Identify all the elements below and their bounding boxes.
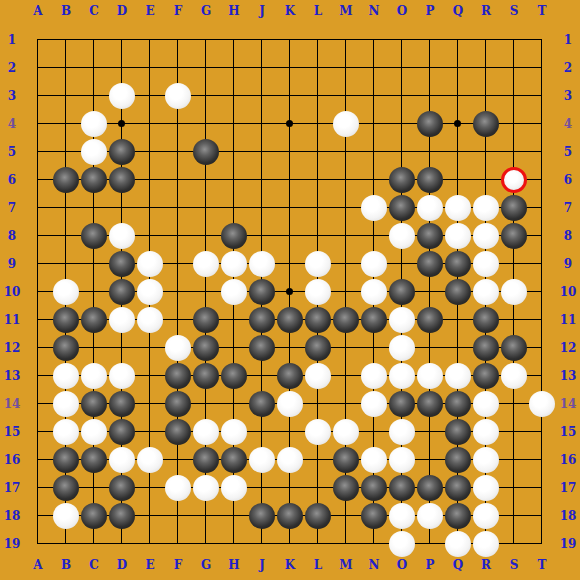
intersection-L12[interactable] bbox=[304, 334, 332, 362]
intersection-Q16[interactable] bbox=[444, 446, 472, 474]
intersection-O19[interactable] bbox=[388, 530, 416, 558]
intersection-J7[interactable] bbox=[248, 194, 276, 222]
intersection-H1[interactable] bbox=[220, 26, 248, 54]
intersection-L4[interactable] bbox=[304, 110, 332, 138]
intersection-D5[interactable] bbox=[108, 138, 136, 166]
intersection-E15[interactable] bbox=[136, 418, 164, 446]
intersection-L8[interactable] bbox=[304, 222, 332, 250]
intersection-N19[interactable] bbox=[360, 530, 388, 558]
intersection-T11[interactable] bbox=[528, 306, 556, 334]
intersection-E4[interactable] bbox=[136, 110, 164, 138]
intersection-H7[interactable] bbox=[220, 194, 248, 222]
intersection-A16[interactable] bbox=[24, 446, 52, 474]
intersection-D6[interactable] bbox=[108, 166, 136, 194]
intersection-M5[interactable] bbox=[332, 138, 360, 166]
intersection-B11[interactable] bbox=[52, 306, 80, 334]
intersection-H18[interactable] bbox=[220, 502, 248, 530]
intersection-E5[interactable] bbox=[136, 138, 164, 166]
intersection-Q3[interactable] bbox=[444, 82, 472, 110]
intersection-K10[interactable] bbox=[276, 278, 304, 306]
intersection-Q10[interactable] bbox=[444, 278, 472, 306]
intersection-T16[interactable] bbox=[528, 446, 556, 474]
intersection-K6[interactable] bbox=[276, 166, 304, 194]
intersection-A2[interactable] bbox=[24, 54, 52, 82]
intersection-F18[interactable] bbox=[164, 502, 192, 530]
intersection-C8[interactable] bbox=[80, 222, 108, 250]
intersection-S18[interactable] bbox=[500, 502, 528, 530]
intersection-G9[interactable] bbox=[192, 250, 220, 278]
intersection-L16[interactable] bbox=[304, 446, 332, 474]
intersection-A1[interactable] bbox=[24, 26, 52, 54]
intersection-P8[interactable] bbox=[416, 222, 444, 250]
intersection-M3[interactable] bbox=[332, 82, 360, 110]
intersection-T9[interactable] bbox=[528, 250, 556, 278]
intersection-F9[interactable] bbox=[164, 250, 192, 278]
intersection-R10[interactable] bbox=[472, 278, 500, 306]
intersection-S9[interactable] bbox=[500, 250, 528, 278]
intersection-K18[interactable] bbox=[276, 502, 304, 530]
intersection-G3[interactable] bbox=[192, 82, 220, 110]
intersection-M17[interactable] bbox=[332, 474, 360, 502]
intersection-K11[interactable] bbox=[276, 306, 304, 334]
intersection-E8[interactable] bbox=[136, 222, 164, 250]
intersection-P7[interactable] bbox=[416, 194, 444, 222]
intersection-M7[interactable] bbox=[332, 194, 360, 222]
intersection-M11[interactable] bbox=[332, 306, 360, 334]
intersection-Q15[interactable] bbox=[444, 418, 472, 446]
intersection-C4[interactable] bbox=[80, 110, 108, 138]
intersection-J11[interactable] bbox=[248, 306, 276, 334]
intersection-A8[interactable] bbox=[24, 222, 52, 250]
intersection-K12[interactable] bbox=[276, 334, 304, 362]
intersection-N16[interactable] bbox=[360, 446, 388, 474]
intersection-A17[interactable] bbox=[24, 474, 52, 502]
intersection-P9[interactable] bbox=[416, 250, 444, 278]
intersection-H6[interactable] bbox=[220, 166, 248, 194]
intersection-R1[interactable] bbox=[472, 26, 500, 54]
intersection-T18[interactable] bbox=[528, 502, 556, 530]
intersection-D17[interactable] bbox=[108, 474, 136, 502]
intersection-J12[interactable] bbox=[248, 334, 276, 362]
intersection-Q1[interactable] bbox=[444, 26, 472, 54]
intersection-O14[interactable] bbox=[388, 390, 416, 418]
intersection-O1[interactable] bbox=[388, 26, 416, 54]
intersection-M9[interactable] bbox=[332, 250, 360, 278]
intersection-M14[interactable] bbox=[332, 390, 360, 418]
intersection-P2[interactable] bbox=[416, 54, 444, 82]
intersection-E7[interactable] bbox=[136, 194, 164, 222]
intersection-N18[interactable] bbox=[360, 502, 388, 530]
intersection-A3[interactable] bbox=[24, 82, 52, 110]
intersection-E6[interactable] bbox=[136, 166, 164, 194]
intersection-K4[interactable] bbox=[276, 110, 304, 138]
intersection-A12[interactable] bbox=[24, 334, 52, 362]
intersection-S12[interactable] bbox=[500, 334, 528, 362]
intersection-M2[interactable] bbox=[332, 54, 360, 82]
intersection-J18[interactable] bbox=[248, 502, 276, 530]
intersection-A19[interactable] bbox=[24, 530, 52, 558]
intersection-G7[interactable] bbox=[192, 194, 220, 222]
intersection-C5[interactable] bbox=[80, 138, 108, 166]
intersection-L2[interactable] bbox=[304, 54, 332, 82]
intersection-S17[interactable] bbox=[500, 474, 528, 502]
intersection-L13[interactable] bbox=[304, 362, 332, 390]
intersection-H19[interactable] bbox=[220, 530, 248, 558]
intersection-D1[interactable] bbox=[108, 26, 136, 54]
intersection-B9[interactable] bbox=[52, 250, 80, 278]
intersection-Q2[interactable] bbox=[444, 54, 472, 82]
intersection-G16[interactable] bbox=[192, 446, 220, 474]
intersection-T14[interactable] bbox=[528, 390, 556, 418]
intersection-N12[interactable] bbox=[360, 334, 388, 362]
intersection-B12[interactable] bbox=[52, 334, 80, 362]
intersection-D12[interactable] bbox=[108, 334, 136, 362]
intersection-K14[interactable] bbox=[276, 390, 304, 418]
intersection-C11[interactable] bbox=[80, 306, 108, 334]
intersection-F15[interactable] bbox=[164, 418, 192, 446]
intersection-A18[interactable] bbox=[24, 502, 52, 530]
intersection-N4[interactable] bbox=[360, 110, 388, 138]
intersection-L10[interactable] bbox=[304, 278, 332, 306]
intersection-B4[interactable] bbox=[52, 110, 80, 138]
intersection-H5[interactable] bbox=[220, 138, 248, 166]
intersection-M15[interactable] bbox=[332, 418, 360, 446]
intersection-G11[interactable] bbox=[192, 306, 220, 334]
intersection-D16[interactable] bbox=[108, 446, 136, 474]
intersection-L5[interactable] bbox=[304, 138, 332, 166]
intersection-F8[interactable] bbox=[164, 222, 192, 250]
intersection-R18[interactable] bbox=[472, 502, 500, 530]
intersection-E14[interactable] bbox=[136, 390, 164, 418]
intersection-C16[interactable] bbox=[80, 446, 108, 474]
intersection-F7[interactable] bbox=[164, 194, 192, 222]
intersection-R8[interactable] bbox=[472, 222, 500, 250]
intersection-O8[interactable] bbox=[388, 222, 416, 250]
intersection-E12[interactable] bbox=[136, 334, 164, 362]
intersection-B13[interactable] bbox=[52, 362, 80, 390]
intersection-E16[interactable] bbox=[136, 446, 164, 474]
intersection-D7[interactable] bbox=[108, 194, 136, 222]
intersection-M6[interactable] bbox=[332, 166, 360, 194]
intersection-T19[interactable] bbox=[528, 530, 556, 558]
intersection-S2[interactable] bbox=[500, 54, 528, 82]
intersection-G18[interactable] bbox=[192, 502, 220, 530]
intersection-B17[interactable] bbox=[52, 474, 80, 502]
intersection-S14[interactable] bbox=[500, 390, 528, 418]
intersection-T17[interactable] bbox=[528, 474, 556, 502]
intersection-D2[interactable] bbox=[108, 54, 136, 82]
intersection-O13[interactable] bbox=[388, 362, 416, 390]
intersection-F4[interactable] bbox=[164, 110, 192, 138]
intersection-G1[interactable] bbox=[192, 26, 220, 54]
intersection-B6[interactable] bbox=[52, 166, 80, 194]
intersection-B2[interactable] bbox=[52, 54, 80, 82]
intersection-F6[interactable] bbox=[164, 166, 192, 194]
intersection-A11[interactable] bbox=[24, 306, 52, 334]
intersection-A7[interactable] bbox=[24, 194, 52, 222]
intersection-G17[interactable] bbox=[192, 474, 220, 502]
intersection-N10[interactable] bbox=[360, 278, 388, 306]
intersection-H8[interactable] bbox=[220, 222, 248, 250]
intersection-R9[interactable] bbox=[472, 250, 500, 278]
intersection-T3[interactable] bbox=[528, 82, 556, 110]
intersection-J14[interactable] bbox=[248, 390, 276, 418]
intersection-K3[interactable] bbox=[276, 82, 304, 110]
intersection-P10[interactable] bbox=[416, 278, 444, 306]
intersection-A13[interactable] bbox=[24, 362, 52, 390]
intersection-N5[interactable] bbox=[360, 138, 388, 166]
intersection-P17[interactable] bbox=[416, 474, 444, 502]
intersection-Q4[interactable] bbox=[444, 110, 472, 138]
intersection-H12[interactable] bbox=[220, 334, 248, 362]
intersection-G19[interactable] bbox=[192, 530, 220, 558]
intersection-L17[interactable] bbox=[304, 474, 332, 502]
intersection-P5[interactable] bbox=[416, 138, 444, 166]
intersection-D14[interactable] bbox=[108, 390, 136, 418]
intersection-C17[interactable] bbox=[80, 474, 108, 502]
intersection-S10[interactable] bbox=[500, 278, 528, 306]
intersection-C9[interactable] bbox=[80, 250, 108, 278]
intersection-K13[interactable] bbox=[276, 362, 304, 390]
intersection-B18[interactable] bbox=[52, 502, 80, 530]
intersection-J16[interactable] bbox=[248, 446, 276, 474]
intersection-R19[interactable] bbox=[472, 530, 500, 558]
intersection-H11[interactable] bbox=[220, 306, 248, 334]
intersection-S11[interactable] bbox=[500, 306, 528, 334]
intersection-S5[interactable] bbox=[500, 138, 528, 166]
intersection-O11[interactable] bbox=[388, 306, 416, 334]
intersection-M18[interactable] bbox=[332, 502, 360, 530]
intersection-K19[interactable] bbox=[276, 530, 304, 558]
intersection-D18[interactable] bbox=[108, 502, 136, 530]
intersection-A10[interactable] bbox=[24, 278, 52, 306]
intersection-G8[interactable] bbox=[192, 222, 220, 250]
intersection-F14[interactable] bbox=[164, 390, 192, 418]
intersection-D9[interactable] bbox=[108, 250, 136, 278]
intersection-P16[interactable] bbox=[416, 446, 444, 474]
intersection-J9[interactable] bbox=[248, 250, 276, 278]
intersection-A4[interactable] bbox=[24, 110, 52, 138]
intersection-R7[interactable] bbox=[472, 194, 500, 222]
intersection-D10[interactable] bbox=[108, 278, 136, 306]
intersection-R3[interactable] bbox=[472, 82, 500, 110]
intersection-J17[interactable] bbox=[248, 474, 276, 502]
intersection-R11[interactable] bbox=[472, 306, 500, 334]
intersection-J8[interactable] bbox=[248, 222, 276, 250]
intersection-J19[interactable] bbox=[248, 530, 276, 558]
intersection-H9[interactable] bbox=[220, 250, 248, 278]
intersection-T5[interactable] bbox=[528, 138, 556, 166]
intersection-C14[interactable] bbox=[80, 390, 108, 418]
intersection-S13[interactable] bbox=[500, 362, 528, 390]
intersection-N7[interactable] bbox=[360, 194, 388, 222]
intersection-E3[interactable] bbox=[136, 82, 164, 110]
intersection-L19[interactable] bbox=[304, 530, 332, 558]
intersection-B7[interactable] bbox=[52, 194, 80, 222]
intersection-N2[interactable] bbox=[360, 54, 388, 82]
intersection-M13[interactable] bbox=[332, 362, 360, 390]
intersection-L18[interactable] bbox=[304, 502, 332, 530]
intersection-N13[interactable] bbox=[360, 362, 388, 390]
intersection-K7[interactable] bbox=[276, 194, 304, 222]
intersection-C18[interactable] bbox=[80, 502, 108, 530]
intersection-K15[interactable] bbox=[276, 418, 304, 446]
intersection-J5[interactable] bbox=[248, 138, 276, 166]
intersection-S3[interactable] bbox=[500, 82, 528, 110]
intersection-M4[interactable] bbox=[332, 110, 360, 138]
intersection-F17[interactable] bbox=[164, 474, 192, 502]
intersection-B14[interactable] bbox=[52, 390, 80, 418]
intersection-O5[interactable] bbox=[388, 138, 416, 166]
intersection-Q6[interactable] bbox=[444, 166, 472, 194]
intersection-T10[interactable] bbox=[528, 278, 556, 306]
intersection-M19[interactable] bbox=[332, 530, 360, 558]
intersection-L3[interactable] bbox=[304, 82, 332, 110]
intersection-Q8[interactable] bbox=[444, 222, 472, 250]
intersection-R13[interactable] bbox=[472, 362, 500, 390]
intersection-B1[interactable] bbox=[52, 26, 80, 54]
intersection-Q13[interactable] bbox=[444, 362, 472, 390]
intersection-G4[interactable] bbox=[192, 110, 220, 138]
intersection-E17[interactable] bbox=[136, 474, 164, 502]
intersection-P11[interactable] bbox=[416, 306, 444, 334]
intersection-K16[interactable] bbox=[276, 446, 304, 474]
intersection-C3[interactable] bbox=[80, 82, 108, 110]
intersection-C19[interactable] bbox=[80, 530, 108, 558]
intersection-R17[interactable] bbox=[472, 474, 500, 502]
intersection-R14[interactable] bbox=[472, 390, 500, 418]
intersection-K1[interactable] bbox=[276, 26, 304, 54]
intersection-T7[interactable] bbox=[528, 194, 556, 222]
intersection-E18[interactable] bbox=[136, 502, 164, 530]
intersection-A5[interactable] bbox=[24, 138, 52, 166]
intersection-E2[interactable] bbox=[136, 54, 164, 82]
intersection-C15[interactable] bbox=[80, 418, 108, 446]
intersection-O7[interactable] bbox=[388, 194, 416, 222]
intersection-T1[interactable] bbox=[528, 26, 556, 54]
intersection-O16[interactable] bbox=[388, 446, 416, 474]
intersection-N15[interactable] bbox=[360, 418, 388, 446]
intersection-P3[interactable] bbox=[416, 82, 444, 110]
intersection-C13[interactable] bbox=[80, 362, 108, 390]
intersection-K9[interactable] bbox=[276, 250, 304, 278]
intersection-J10[interactable] bbox=[248, 278, 276, 306]
intersection-F19[interactable] bbox=[164, 530, 192, 558]
intersection-L1[interactable] bbox=[304, 26, 332, 54]
intersection-C6[interactable] bbox=[80, 166, 108, 194]
intersection-J13[interactable] bbox=[248, 362, 276, 390]
intersection-F5[interactable] bbox=[164, 138, 192, 166]
intersection-G13[interactable] bbox=[192, 362, 220, 390]
intersection-H13[interactable] bbox=[220, 362, 248, 390]
intersection-M8[interactable] bbox=[332, 222, 360, 250]
intersection-D13[interactable] bbox=[108, 362, 136, 390]
intersection-F16[interactable] bbox=[164, 446, 192, 474]
intersection-P18[interactable] bbox=[416, 502, 444, 530]
intersection-N6[interactable] bbox=[360, 166, 388, 194]
intersection-D3[interactable] bbox=[108, 82, 136, 110]
intersection-Q17[interactable] bbox=[444, 474, 472, 502]
intersection-Q14[interactable] bbox=[444, 390, 472, 418]
intersection-O4[interactable] bbox=[388, 110, 416, 138]
intersection-F11[interactable] bbox=[164, 306, 192, 334]
intersection-L14[interactable] bbox=[304, 390, 332, 418]
intersection-H4[interactable] bbox=[220, 110, 248, 138]
intersection-L7[interactable] bbox=[304, 194, 332, 222]
intersection-O6[interactable] bbox=[388, 166, 416, 194]
intersection-A14[interactable] bbox=[24, 390, 52, 418]
intersection-T12[interactable] bbox=[528, 334, 556, 362]
intersection-T6[interactable] bbox=[528, 166, 556, 194]
intersection-K2[interactable] bbox=[276, 54, 304, 82]
intersection-B15[interactable] bbox=[52, 418, 80, 446]
intersection-R2[interactable] bbox=[472, 54, 500, 82]
intersection-J4[interactable] bbox=[248, 110, 276, 138]
intersection-T8[interactable] bbox=[528, 222, 556, 250]
intersection-O17[interactable] bbox=[388, 474, 416, 502]
intersection-N9[interactable] bbox=[360, 250, 388, 278]
intersection-F12[interactable] bbox=[164, 334, 192, 362]
intersection-E9[interactable] bbox=[136, 250, 164, 278]
intersection-H14[interactable] bbox=[220, 390, 248, 418]
intersection-D15[interactable] bbox=[108, 418, 136, 446]
intersection-F3[interactable] bbox=[164, 82, 192, 110]
intersection-J3[interactable] bbox=[248, 82, 276, 110]
intersection-G5[interactable] bbox=[192, 138, 220, 166]
intersection-L6[interactable] bbox=[304, 166, 332, 194]
intersection-G14[interactable] bbox=[192, 390, 220, 418]
intersection-S19[interactable] bbox=[500, 530, 528, 558]
intersection-K8[interactable] bbox=[276, 222, 304, 250]
intersection-A6[interactable] bbox=[24, 166, 52, 194]
intersection-C2[interactable] bbox=[80, 54, 108, 82]
intersection-B3[interactable] bbox=[52, 82, 80, 110]
intersection-N8[interactable] bbox=[360, 222, 388, 250]
intersection-J1[interactable] bbox=[248, 26, 276, 54]
intersection-S1[interactable] bbox=[500, 26, 528, 54]
intersection-H16[interactable] bbox=[220, 446, 248, 474]
intersection-P4[interactable] bbox=[416, 110, 444, 138]
intersection-E1[interactable] bbox=[136, 26, 164, 54]
intersection-S7[interactable] bbox=[500, 194, 528, 222]
intersection-S6[interactable] bbox=[500, 166, 528, 194]
intersection-M16[interactable] bbox=[332, 446, 360, 474]
intersection-O18[interactable] bbox=[388, 502, 416, 530]
intersection-J2[interactable] bbox=[248, 54, 276, 82]
intersection-C1[interactable] bbox=[80, 26, 108, 54]
intersection-T15[interactable] bbox=[528, 418, 556, 446]
intersection-J6[interactable] bbox=[248, 166, 276, 194]
intersection-H10[interactable] bbox=[220, 278, 248, 306]
intersection-H3[interactable] bbox=[220, 82, 248, 110]
intersection-D19[interactable] bbox=[108, 530, 136, 558]
intersection-C7[interactable] bbox=[80, 194, 108, 222]
intersection-K5[interactable] bbox=[276, 138, 304, 166]
intersection-R5[interactable] bbox=[472, 138, 500, 166]
intersection-D4[interactable] bbox=[108, 110, 136, 138]
intersection-O12[interactable] bbox=[388, 334, 416, 362]
intersection-R4[interactable] bbox=[472, 110, 500, 138]
intersection-F10[interactable] bbox=[164, 278, 192, 306]
intersection-N3[interactable] bbox=[360, 82, 388, 110]
intersection-S4[interactable] bbox=[500, 110, 528, 138]
intersection-O2[interactable] bbox=[388, 54, 416, 82]
intersection-F2[interactable] bbox=[164, 54, 192, 82]
intersection-E10[interactable] bbox=[136, 278, 164, 306]
intersection-R16[interactable] bbox=[472, 446, 500, 474]
intersection-M10[interactable] bbox=[332, 278, 360, 306]
intersection-H2[interactable] bbox=[220, 54, 248, 82]
